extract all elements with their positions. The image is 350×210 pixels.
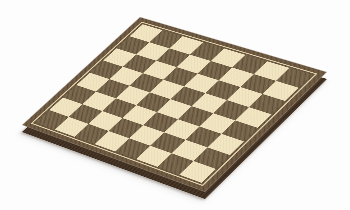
- board-grid: [36, 24, 312, 183]
- photo-background: [0, 0, 350, 210]
- chess-board: [22, 17, 327, 192]
